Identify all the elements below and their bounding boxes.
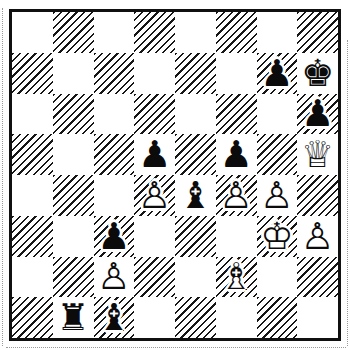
square-c7[interactable] — [94, 53, 135, 94]
white-pawn-icon: ♙ — [97, 258, 130, 295]
page-edge-dotted-left — [2, 8, 3, 346]
piece-white-pawn: ♟♙ — [216, 175, 257, 216]
piece-black-pawn: ♟♟ — [94, 216, 135, 257]
black-pawn-icon: ♟ — [97, 218, 130, 255]
square-a5[interactable] — [12, 134, 53, 175]
square-f7[interactable] — [216, 53, 257, 94]
square-b3[interactable] — [53, 216, 94, 257]
square-c5[interactable] — [94, 134, 135, 175]
piece-white-pawn: ♟♙ — [257, 175, 298, 216]
square-e4[interactable]: ♝♝ — [175, 175, 216, 216]
square-a7[interactable] — [12, 53, 53, 94]
square-c8[interactable] — [94, 12, 135, 53]
square-d2[interactable] — [134, 257, 175, 298]
square-d7[interactable] — [134, 53, 175, 94]
black-king-icon: ♚ — [301, 55, 334, 92]
white-bishop-icon: ♗ — [220, 258, 253, 295]
square-e6[interactable] — [175, 94, 216, 135]
square-h8[interactable] — [297, 12, 338, 53]
piece-white-pawn: ♟♙ — [94, 257, 135, 298]
piece-white-pawn: ♟♙ — [134, 175, 175, 216]
square-g3[interactable]: ♚♔ — [257, 216, 298, 257]
square-a8[interactable] — [12, 12, 53, 53]
square-e3[interactable] — [175, 216, 216, 257]
chessboard: ♟♟♚♚♟♟♟♟♟♟♛♕♟♙♝♝♟♙♟♙♟♟♚♔♟♙♟♙♝♗♜♜♝♝ — [9, 9, 341, 341]
square-g5[interactable] — [257, 134, 298, 175]
piece-black-rook: ♜♜ — [53, 297, 94, 338]
square-c1[interactable]: ♝♝ — [94, 297, 135, 338]
square-b7[interactable] — [53, 53, 94, 94]
white-pawn-icon: ♙ — [301, 218, 334, 255]
square-g4[interactable]: ♟♙ — [257, 175, 298, 216]
square-b2[interactable] — [53, 257, 94, 298]
white-pawn-icon: ♙ — [260, 177, 293, 214]
black-rook-icon: ♜ — [57, 299, 90, 336]
square-f3[interactable] — [216, 216, 257, 257]
square-d1[interactable] — [134, 297, 175, 338]
square-c6[interactable] — [94, 94, 135, 135]
square-f2[interactable]: ♝♗ — [216, 257, 257, 298]
page-edge-dotted-bottom — [6, 347, 346, 348]
square-g2[interactable] — [257, 257, 298, 298]
square-f6[interactable] — [216, 94, 257, 135]
chess-diagram-page: ♟♟♚♚♟♟♟♟♟♟♛♕♟♙♝♝♟♙♟♙♟♟♚♔♟♙♟♙♝♗♜♜♝♝ — [0, 0, 350, 350]
square-e5[interactable] — [175, 134, 216, 175]
white-pawn-icon: ♙ — [220, 177, 253, 214]
square-a6[interactable] — [12, 94, 53, 135]
square-d4[interactable]: ♟♙ — [134, 175, 175, 216]
square-b8[interactable] — [53, 12, 94, 53]
square-b5[interactable] — [53, 134, 94, 175]
piece-black-pawn: ♟♟ — [257, 53, 298, 94]
piece-white-bishop: ♝♗ — [216, 257, 257, 298]
square-a4[interactable] — [12, 175, 53, 216]
square-g8[interactable] — [257, 12, 298, 53]
square-f5[interactable]: ♟♟ — [216, 134, 257, 175]
square-h5[interactable]: ♛♕ — [297, 134, 338, 175]
black-bishop-icon: ♝ — [97, 299, 130, 336]
piece-white-queen: ♛♕ — [297, 134, 338, 175]
black-pawn-icon: ♟ — [301, 95, 334, 132]
piece-black-pawn: ♟♟ — [216, 134, 257, 175]
square-a2[interactable] — [12, 257, 53, 298]
square-h1[interactable] — [297, 297, 338, 338]
white-king-icon: ♔ — [260, 218, 293, 255]
square-g6[interactable] — [257, 94, 298, 135]
square-h2[interactable] — [297, 257, 338, 298]
square-g1[interactable] — [257, 297, 298, 338]
square-d8[interactable] — [134, 12, 175, 53]
square-b4[interactable] — [53, 175, 94, 216]
square-e1[interactable] — [175, 297, 216, 338]
square-d3[interactable] — [134, 216, 175, 257]
piece-white-king: ♚♔ — [257, 216, 298, 257]
square-e7[interactable] — [175, 53, 216, 94]
square-f8[interactable] — [216, 12, 257, 53]
white-pawn-icon: ♙ — [138, 177, 171, 214]
square-c4[interactable] — [94, 175, 135, 216]
square-d5[interactable]: ♟♟ — [134, 134, 175, 175]
white-queen-icon: ♕ — [301, 136, 334, 173]
black-pawn-icon: ♟ — [260, 55, 293, 92]
black-pawn-icon: ♟ — [220, 136, 253, 173]
square-c2[interactable]: ♟♙ — [94, 257, 135, 298]
square-a1[interactable] — [12, 297, 53, 338]
square-e2[interactable] — [175, 257, 216, 298]
square-h7[interactable]: ♚♚ — [297, 53, 338, 94]
piece-black-pawn: ♟♟ — [134, 134, 175, 175]
piece-black-bishop: ♝♝ — [175, 175, 216, 216]
square-c3[interactable]: ♟♟ — [94, 216, 135, 257]
square-f1[interactable] — [216, 297, 257, 338]
square-e8[interactable] — [175, 12, 216, 53]
black-bishop-icon: ♝ — [179, 177, 212, 214]
square-b1[interactable]: ♜♜ — [53, 297, 94, 338]
piece-black-king: ♚♚ — [297, 53, 338, 94]
square-h3[interactable]: ♟♙ — [297, 216, 338, 257]
square-d6[interactable] — [134, 94, 175, 135]
square-b6[interactable] — [53, 94, 94, 135]
page-edge-dotted-right — [347, 40, 348, 346]
square-f4[interactable]: ♟♙ — [216, 175, 257, 216]
piece-black-bishop: ♝♝ — [94, 297, 135, 338]
square-h6[interactable]: ♟♟ — [297, 94, 338, 135]
piece-black-pawn: ♟♟ — [297, 94, 338, 135]
square-a3[interactable] — [12, 216, 53, 257]
piece-white-pawn: ♟♙ — [297, 216, 338, 257]
black-pawn-icon: ♟ — [138, 136, 171, 173]
square-h4[interactable] — [297, 175, 338, 216]
square-g7[interactable]: ♟♟ — [257, 53, 298, 94]
